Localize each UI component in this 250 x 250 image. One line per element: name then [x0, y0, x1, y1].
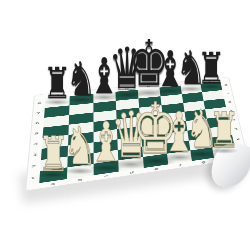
- rank-label-right-8: 8: [224, 84, 228, 86]
- file-label-top-b: b: [79, 91, 83, 94]
- file-label-bottom-a: a: [51, 182, 56, 186]
- rank-label-right-6: 6: [228, 101, 232, 104]
- file-label-top-a: a: [56, 94, 60, 97]
- square-b1: [67, 164, 94, 179]
- chess-set-photo: aabbccddeeffgghh1122334455667788 ♜♞♝♛♚♝♞…: [0, 0, 250, 250]
- rank-label-left-8: 8: [37, 102, 41, 105]
- rank-label-right-4: 4: [232, 119, 236, 122]
- rank-label-left-6: 6: [35, 122, 39, 125]
- rank-label-left-2: 2: [31, 165, 36, 169]
- file-label-top-c: c: [103, 89, 106, 92]
- file-label-top-g: g: [188, 81, 192, 83]
- rank-label-left-5: 5: [34, 132, 39, 135]
- file-label-top-d: d: [125, 87, 129, 90]
- square-f1: [167, 151, 192, 165]
- file-label-top-f: f: [168, 83, 170, 85]
- rank-label-right-7: 7: [226, 92, 230, 95]
- file-label-top-e: e: [147, 85, 151, 88]
- square-a1: [39, 167, 67, 183]
- file-label-bottom-f: f: [179, 164, 182, 167]
- file-label-bottom-d: d: [129, 171, 133, 175]
- square-c1: [93, 160, 119, 175]
- rank-label-right-3: 3: [234, 128, 238, 131]
- rank-label-right-2: 2: [236, 137, 240, 140]
- square-d1: [118, 157, 143, 171]
- rank-label-left-1: 1: [30, 176, 35, 180]
- file-label-bottom-c: c: [104, 174, 108, 178]
- file-label-top-h: h: [208, 80, 212, 82]
- rank-label-left-7: 7: [36, 112, 40, 115]
- file-label-bottom-g: g: [201, 160, 205, 163]
- rank-label-left-4: 4: [33, 142, 38, 145]
- rank-label-right-5: 5: [230, 110, 234, 113]
- square-g1: [190, 148, 214, 162]
- file-label-bottom-b: b: [78, 178, 82, 182]
- square-e1: [143, 154, 168, 168]
- file-label-bottom-e: e: [154, 167, 158, 170]
- rank-label-left-3: 3: [32, 153, 37, 156]
